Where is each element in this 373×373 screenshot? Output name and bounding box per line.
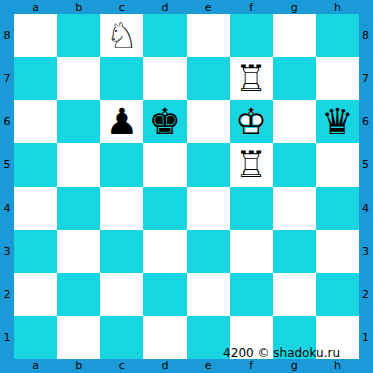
- square-g5[interactable]: [273, 143, 316, 186]
- file-label-a: a: [14, 358, 57, 373]
- square-a2[interactable]: [14, 273, 57, 316]
- white-rook-icon: ♜♖: [230, 57, 273, 100]
- square-b7[interactable]: [57, 57, 100, 100]
- square-d8[interactable]: [143, 14, 186, 57]
- file-label-e: e: [187, 0, 230, 14]
- square-h4[interactable]: [316, 187, 359, 230]
- square-f3[interactable]: [230, 230, 273, 273]
- rank-label-3: 3: [358, 230, 373, 273]
- rank-label-7: 7: [358, 57, 373, 100]
- rank-label-6: 6: [358, 100, 373, 143]
- square-f8[interactable]: [230, 14, 273, 57]
- chess-board: ♞♘♜♖♟♚♚♔♛♜♖: [14, 14, 359, 359]
- black-queen-icon: ♛: [316, 100, 359, 143]
- file-label-h: h: [316, 358, 359, 373]
- file-label-g: g: [273, 358, 316, 373]
- rank-label-7: 7: [0, 57, 14, 100]
- square-a5[interactable]: [14, 143, 57, 186]
- square-d4[interactable]: [143, 187, 186, 230]
- square-e7[interactable]: [187, 57, 230, 100]
- file-label-h: h: [316, 0, 359, 14]
- square-b5[interactable]: [57, 143, 100, 186]
- square-b1[interactable]: [57, 316, 100, 359]
- file-label-a: a: [14, 0, 57, 14]
- square-c5[interactable]: [100, 143, 143, 186]
- rank-label-8: 8: [0, 14, 14, 57]
- rank-label-2: 2: [0, 273, 14, 316]
- square-c1[interactable]: [100, 316, 143, 359]
- square-d1[interactable]: [143, 316, 186, 359]
- rank-labels-left: 87654321: [0, 14, 14, 359]
- file-labels-bottom: abcdefgh: [14, 358, 359, 373]
- square-h6[interactable]: ♛: [316, 100, 359, 143]
- rank-label-4: 4: [358, 187, 373, 230]
- square-g8[interactable]: [273, 14, 316, 57]
- white-knight-icon: ♞♘: [100, 14, 143, 57]
- square-h7[interactable]: [316, 57, 359, 100]
- square-c3[interactable]: [100, 230, 143, 273]
- square-b3[interactable]: [57, 230, 100, 273]
- rank-label-4: 4: [0, 187, 14, 230]
- white-rook-icon: ♜♖: [230, 143, 273, 186]
- square-c6[interactable]: ♟: [100, 100, 143, 143]
- square-g4[interactable]: [273, 187, 316, 230]
- square-b6[interactable]: [57, 100, 100, 143]
- square-c2[interactable]: [100, 273, 143, 316]
- rank-label-3: 3: [0, 230, 14, 273]
- square-b2[interactable]: [57, 273, 100, 316]
- rank-label-8: 8: [358, 14, 373, 57]
- square-a7[interactable]: [14, 57, 57, 100]
- white-king-icon: ♚♔: [230, 100, 273, 143]
- square-d5[interactable]: [143, 143, 186, 186]
- white-king-outline: ♔: [230, 100, 273, 143]
- square-a3[interactable]: [14, 230, 57, 273]
- file-label-c: c: [100, 358, 143, 373]
- square-d2[interactable]: [143, 273, 186, 316]
- square-b8[interactable]: [57, 14, 100, 57]
- watermark: 4200 © shadoku.ru: [223, 346, 340, 360]
- square-g6[interactable]: [273, 100, 316, 143]
- square-e4[interactable]: [187, 187, 230, 230]
- file-label-c: c: [100, 0, 143, 14]
- file-label-g: g: [273, 0, 316, 14]
- square-a4[interactable]: [14, 187, 57, 230]
- black-king-glyph: ♚: [143, 100, 186, 143]
- file-label-d: d: [143, 0, 186, 14]
- square-f2[interactable]: [230, 273, 273, 316]
- square-f6[interactable]: ♚♔: [230, 100, 273, 143]
- white-knight-outline: ♘: [100, 14, 143, 57]
- file-label-f: f: [230, 358, 273, 373]
- square-f7[interactable]: ♜♖: [230, 57, 273, 100]
- file-labels-top: abcdefgh: [14, 0, 359, 14]
- square-h5[interactable]: [316, 143, 359, 186]
- square-g2[interactable]: [273, 273, 316, 316]
- file-label-e: e: [187, 358, 230, 373]
- file-label-d: d: [143, 358, 186, 373]
- file-label-b: b: [57, 358, 100, 373]
- square-e5[interactable]: [187, 143, 230, 186]
- square-h8[interactable]: [316, 14, 359, 57]
- black-king-icon: ♚: [143, 100, 186, 143]
- square-c8[interactable]: ♞♘: [100, 14, 143, 57]
- rank-label-6: 6: [0, 100, 14, 143]
- rank-label-1: 1: [0, 316, 14, 359]
- square-c4[interactable]: [100, 187, 143, 230]
- rank-label-5: 5: [358, 143, 373, 186]
- square-h2[interactable]: [316, 273, 359, 316]
- white-rook-outline: ♖: [230, 57, 273, 100]
- rank-label-1: 1: [358, 316, 373, 359]
- square-h3[interactable]: [316, 230, 359, 273]
- square-d3[interactable]: [143, 230, 186, 273]
- rank-labels-right: 87654321: [358, 14, 373, 359]
- square-e8[interactable]: [187, 14, 230, 57]
- square-e2[interactable]: [187, 273, 230, 316]
- square-g3[interactable]: [273, 230, 316, 273]
- square-e3[interactable]: [187, 230, 230, 273]
- black-pawn-icon: ♟: [100, 100, 143, 143]
- black-pawn-glyph: ♟: [100, 100, 143, 143]
- square-d6[interactable]: ♚: [143, 100, 186, 143]
- rank-label-2: 2: [358, 273, 373, 316]
- square-a6[interactable]: [14, 100, 57, 143]
- square-a1[interactable]: [14, 316, 57, 359]
- square-f4[interactable]: [230, 187, 273, 230]
- square-e6[interactable]: [187, 100, 230, 143]
- chess-board-frame: abcdefgh abcdefgh 87654321 87654321 ♞♘♜♖…: [0, 0, 373, 373]
- square-b4[interactable]: [57, 187, 100, 230]
- square-f5[interactable]: ♜♖: [230, 143, 273, 186]
- black-queen-glyph: ♛: [316, 100, 359, 143]
- square-g7[interactable]: [273, 57, 316, 100]
- white-rook-outline: ♖: [230, 143, 273, 186]
- file-label-b: b: [57, 0, 100, 14]
- square-a8[interactable]: [14, 14, 57, 57]
- square-c7[interactable]: [100, 57, 143, 100]
- file-label-f: f: [230, 0, 273, 14]
- rank-label-5: 5: [0, 143, 14, 186]
- square-d7[interactable]: [143, 57, 186, 100]
